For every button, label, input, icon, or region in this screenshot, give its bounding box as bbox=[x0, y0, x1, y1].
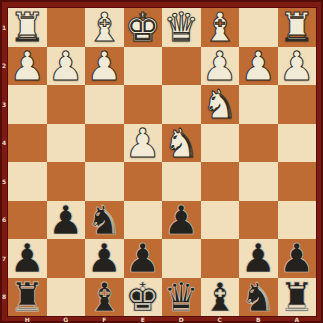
square-a2[interactable]: ♟ bbox=[278, 47, 317, 86]
square-a5[interactable] bbox=[278, 162, 317, 201]
square-g7[interactable] bbox=[47, 239, 86, 278]
white-rook: ♜ bbox=[279, 8, 315, 47]
square-g4[interactable] bbox=[47, 124, 86, 163]
square-d6[interactable]: ♟ bbox=[162, 201, 201, 240]
square-e1[interactable]: ♚ bbox=[124, 8, 163, 47]
square-g3[interactable] bbox=[47, 85, 86, 124]
square-e5[interactable] bbox=[124, 162, 163, 201]
square-g8[interactable] bbox=[47, 278, 86, 317]
black-queen: ♛ bbox=[163, 278, 199, 317]
square-d1[interactable]: ♛ bbox=[162, 8, 201, 47]
square-h5[interactable] bbox=[8, 162, 47, 201]
square-d7[interactable] bbox=[162, 239, 201, 278]
white-knight: ♞ bbox=[163, 124, 199, 163]
square-h2[interactable]: ♟ bbox=[8, 47, 47, 86]
square-d2[interactable] bbox=[162, 47, 201, 86]
square-c1[interactable]: ♝ bbox=[201, 8, 240, 47]
black-pawn: ♟ bbox=[48, 201, 84, 240]
square-h4[interactable] bbox=[8, 124, 47, 163]
square-a1[interactable]: ♜ bbox=[278, 8, 317, 47]
black-pawn: ♟ bbox=[163, 201, 199, 240]
square-a8[interactable]: ♜ bbox=[278, 278, 317, 317]
square-h7[interactable]: ♟ bbox=[8, 239, 47, 278]
file-label-c: C bbox=[201, 316, 240, 323]
white-pawn: ♟ bbox=[240, 47, 276, 86]
chess-board: ♜♝♚♛♝♜♟♟♟♟♟♟♞♟♞♟♞♟♟♟♟♟♟♜♝♚♛♝♞♜ bbox=[8, 8, 316, 316]
square-d3[interactable] bbox=[162, 85, 201, 124]
square-h3[interactable] bbox=[8, 85, 47, 124]
file-label-d: D bbox=[162, 316, 201, 323]
black-pawn: ♟ bbox=[240, 239, 276, 278]
file-label-b: B bbox=[239, 316, 278, 323]
square-a7[interactable]: ♟ bbox=[278, 239, 317, 278]
square-b8[interactable]: ♞ bbox=[239, 278, 278, 317]
rank-label-6: 6 bbox=[0, 201, 8, 240]
square-e2[interactable] bbox=[124, 47, 163, 86]
file-label-e: E bbox=[124, 316, 163, 323]
rank-labels: 12345678 bbox=[0, 8, 8, 316]
square-f8[interactable]: ♝ bbox=[85, 278, 124, 317]
square-c3[interactable]: ♞ bbox=[201, 85, 240, 124]
square-a3[interactable] bbox=[278, 85, 317, 124]
square-f5[interactable] bbox=[85, 162, 124, 201]
white-pawn: ♟ bbox=[125, 124, 161, 163]
square-c4[interactable] bbox=[201, 124, 240, 163]
white-pawn: ♟ bbox=[48, 47, 84, 86]
rank-label-5: 5 bbox=[0, 162, 8, 201]
white-pawn: ♟ bbox=[279, 47, 315, 86]
square-f7[interactable]: ♟ bbox=[85, 239, 124, 278]
square-a4[interactable] bbox=[278, 124, 317, 163]
white-queen: ♛ bbox=[163, 8, 199, 47]
square-c6[interactable] bbox=[201, 201, 240, 240]
rank-label-4: 4 bbox=[0, 124, 8, 163]
square-b7[interactable]: ♟ bbox=[239, 239, 278, 278]
square-h8[interactable]: ♜ bbox=[8, 278, 47, 317]
square-e8[interactable]: ♚ bbox=[124, 278, 163, 317]
square-h6[interactable] bbox=[8, 201, 47, 240]
square-b5[interactable] bbox=[239, 162, 278, 201]
rank-label-1: 1 bbox=[0, 8, 8, 47]
square-b6[interactable] bbox=[239, 201, 278, 240]
square-g5[interactable] bbox=[47, 162, 86, 201]
white-bishop: ♝ bbox=[202, 8, 238, 47]
black-pawn: ♟ bbox=[279, 239, 315, 278]
square-b1[interactable] bbox=[239, 8, 278, 47]
black-knight: ♞ bbox=[86, 201, 122, 240]
square-f4[interactable] bbox=[85, 124, 124, 163]
black-knight: ♞ bbox=[240, 278, 276, 317]
white-rook: ♜ bbox=[9, 8, 45, 47]
square-b4[interactable] bbox=[239, 124, 278, 163]
square-f1[interactable]: ♝ bbox=[85, 8, 124, 47]
rank-label-3: 3 bbox=[0, 85, 8, 124]
black-king: ♚ bbox=[125, 278, 161, 317]
square-f2[interactable]: ♟ bbox=[85, 47, 124, 86]
black-rook: ♜ bbox=[9, 278, 45, 317]
file-label-g: G bbox=[47, 316, 86, 323]
rank-label-8: 8 bbox=[0, 278, 8, 317]
black-pawn: ♟ bbox=[125, 239, 161, 278]
square-e6[interactable] bbox=[124, 201, 163, 240]
square-g6[interactable]: ♟ bbox=[47, 201, 86, 240]
square-f3[interactable] bbox=[85, 85, 124, 124]
black-bishop: ♝ bbox=[86, 278, 122, 317]
black-pawn: ♟ bbox=[86, 239, 122, 278]
file-label-f: F bbox=[85, 316, 124, 323]
black-rook: ♜ bbox=[279, 278, 315, 317]
file-label-h: H bbox=[8, 316, 47, 323]
square-c7[interactable] bbox=[201, 239, 240, 278]
file-label-a: A bbox=[278, 316, 317, 323]
square-g1[interactable] bbox=[47, 8, 86, 47]
square-d5[interactable] bbox=[162, 162, 201, 201]
square-a6[interactable] bbox=[278, 201, 317, 240]
square-e7[interactable]: ♟ bbox=[124, 239, 163, 278]
white-knight: ♞ bbox=[202, 85, 238, 124]
square-c8[interactable]: ♝ bbox=[201, 278, 240, 317]
board-frame: 12345678 ♜♝♚♛♝♜♟♟♟♟♟♟♞♟♞♟♞♟♟♟♟♟♟♜♝♚♛♝♞♜ … bbox=[0, 0, 323, 323]
square-e3[interactable] bbox=[124, 85, 163, 124]
white-bishop: ♝ bbox=[86, 8, 122, 47]
white-pawn: ♟ bbox=[86, 47, 122, 86]
black-pawn: ♟ bbox=[9, 239, 45, 278]
square-c5[interactable] bbox=[201, 162, 240, 201]
white-pawn: ♟ bbox=[202, 47, 238, 86]
rank-label-7: 7 bbox=[0, 239, 8, 278]
rank-label-2: 2 bbox=[0, 47, 8, 86]
square-d8[interactable]: ♛ bbox=[162, 278, 201, 317]
black-bishop: ♝ bbox=[202, 278, 238, 317]
file-labels: HGFEDCBA bbox=[8, 316, 316, 323]
square-c2[interactable]: ♟ bbox=[201, 47, 240, 86]
square-f6[interactable]: ♞ bbox=[85, 201, 124, 240]
square-b2[interactable]: ♟ bbox=[239, 47, 278, 86]
square-h1[interactable]: ♜ bbox=[8, 8, 47, 47]
white-pawn: ♟ bbox=[9, 47, 45, 86]
square-g2[interactable]: ♟ bbox=[47, 47, 86, 86]
square-d4[interactable]: ♞ bbox=[162, 124, 201, 163]
white-king: ♚ bbox=[125, 8, 161, 47]
square-e4[interactable]: ♟ bbox=[124, 124, 163, 163]
square-b3[interactable] bbox=[239, 85, 278, 124]
